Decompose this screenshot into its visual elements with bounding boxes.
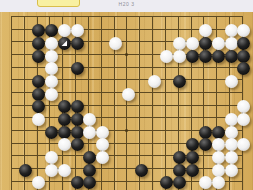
stone xyxy=(32,75,45,88)
stone xyxy=(71,176,84,189)
stone xyxy=(45,151,58,164)
stone xyxy=(71,62,84,75)
top-bar: H20 3 xyxy=(0,0,253,12)
stone xyxy=(58,138,71,151)
stone xyxy=(83,113,96,126)
stone xyxy=(186,37,199,50)
stone xyxy=(32,50,45,63)
stone xyxy=(212,176,225,189)
stone xyxy=(96,126,109,139)
stone xyxy=(173,37,186,50)
stone xyxy=(45,126,58,139)
stone xyxy=(237,62,250,75)
stone xyxy=(83,164,96,177)
stone xyxy=(32,24,45,37)
stone xyxy=(212,37,225,50)
stone xyxy=(186,151,199,164)
stone xyxy=(148,75,161,88)
stone xyxy=(212,138,225,151)
stone xyxy=(96,138,109,151)
grid-line xyxy=(11,105,243,106)
stone xyxy=(58,24,71,37)
stone xyxy=(237,24,250,37)
app-screen: H20 3 xyxy=(0,0,253,190)
stone xyxy=(19,164,32,177)
stone xyxy=(71,24,84,37)
stone xyxy=(237,50,250,63)
stone xyxy=(199,138,212,151)
stone xyxy=(237,138,250,151)
stone xyxy=(135,164,148,177)
stone xyxy=(45,164,58,177)
stone xyxy=(160,50,173,63)
stone xyxy=(122,88,135,101)
stone xyxy=(45,88,58,101)
stone xyxy=(225,126,238,139)
stone xyxy=(32,37,45,50)
stone xyxy=(83,126,96,139)
stone xyxy=(71,138,84,151)
stone xyxy=(212,126,225,139)
grid-line xyxy=(11,16,243,17)
stone xyxy=(32,100,45,113)
stone xyxy=(225,138,238,151)
stone xyxy=(225,164,238,177)
stone xyxy=(45,62,58,75)
status-text: H20 3 xyxy=(0,1,253,7)
stone xyxy=(71,113,84,126)
stone xyxy=(96,151,109,164)
stone xyxy=(173,75,186,88)
stone xyxy=(173,164,186,177)
stone xyxy=(199,126,212,139)
stone xyxy=(83,176,96,189)
stone xyxy=(199,176,212,189)
stone xyxy=(186,164,199,177)
stone xyxy=(212,151,225,164)
stone xyxy=(32,88,45,101)
stone xyxy=(58,100,71,113)
stone xyxy=(173,176,186,189)
stone xyxy=(225,24,238,37)
stone xyxy=(186,50,199,63)
stone xyxy=(71,37,84,50)
stone xyxy=(160,176,173,189)
grid-line xyxy=(11,117,243,118)
stone xyxy=(225,37,238,50)
stone xyxy=(83,151,96,164)
stone xyxy=(173,151,186,164)
stone xyxy=(199,24,212,37)
stone xyxy=(186,138,199,151)
stone xyxy=(212,164,225,177)
stone xyxy=(45,37,58,50)
stone xyxy=(212,50,225,63)
stone xyxy=(109,37,122,50)
stone xyxy=(32,113,45,126)
stone xyxy=(173,50,186,63)
stone xyxy=(237,113,250,126)
stone xyxy=(45,24,58,37)
stone xyxy=(58,113,71,126)
stone xyxy=(225,151,238,164)
stone xyxy=(225,113,238,126)
stone xyxy=(58,164,71,177)
go-board[interactable] xyxy=(0,12,253,190)
stone xyxy=(71,100,84,113)
stone xyxy=(32,176,45,189)
stone xyxy=(225,75,238,88)
stone xyxy=(237,37,250,50)
stone xyxy=(58,126,71,139)
stone xyxy=(199,37,212,50)
stone xyxy=(71,126,84,139)
stone xyxy=(45,50,58,63)
stone xyxy=(199,50,212,63)
stone xyxy=(237,100,250,113)
stone xyxy=(45,75,58,88)
stone xyxy=(225,50,238,63)
